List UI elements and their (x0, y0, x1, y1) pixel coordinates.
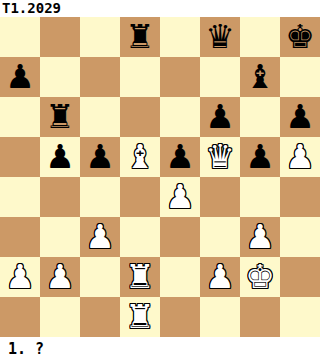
square-g1[interactable] (240, 297, 280, 337)
square-b7[interactable] (40, 57, 80, 97)
square-d5[interactable]: ♝ (120, 137, 160, 177)
puzzle-title: T1.2029 (2, 0, 61, 17)
black-pawn[interactable]: ♟ (280, 97, 320, 137)
square-g6[interactable] (240, 97, 280, 137)
square-a2[interactable]: ♟ (0, 257, 40, 297)
square-f6[interactable]: ♟ (200, 97, 240, 137)
square-d3[interactable] (120, 217, 160, 257)
black-pawn[interactable]: ♟ (200, 97, 240, 137)
square-f4[interactable] (200, 177, 240, 217)
square-h2[interactable] (280, 257, 320, 297)
square-d2[interactable]: ♜ (120, 257, 160, 297)
square-c2[interactable] (80, 257, 120, 297)
square-c6[interactable] (80, 97, 120, 137)
square-g3[interactable]: ♟ (240, 217, 280, 257)
square-a3[interactable] (0, 217, 40, 257)
square-f5[interactable]: ♛ (200, 137, 240, 177)
square-d8[interactable]: ♜ (120, 17, 160, 57)
square-a6[interactable] (0, 97, 40, 137)
white-rook[interactable]: ♜ (120, 297, 160, 337)
square-b8[interactable] (40, 17, 80, 57)
white-pawn[interactable]: ♟ (240, 217, 280, 257)
square-e2[interactable] (160, 257, 200, 297)
square-d1[interactable]: ♜ (120, 297, 160, 337)
square-a8[interactable] (0, 17, 40, 57)
square-g4[interactable] (240, 177, 280, 217)
square-e5[interactable]: ♟ (160, 137, 200, 177)
move-prompt: 1. ? (8, 339, 44, 359)
square-c4[interactable] (80, 177, 120, 217)
black-queen[interactable]: ♛ (200, 17, 240, 57)
square-c5[interactable]: ♟ (80, 137, 120, 177)
square-h6[interactable]: ♟ (280, 97, 320, 137)
square-f3[interactable] (200, 217, 240, 257)
square-e3[interactable] (160, 217, 200, 257)
square-c8[interactable] (80, 17, 120, 57)
square-f1[interactable] (200, 297, 240, 337)
square-b4[interactable] (40, 177, 80, 217)
square-h4[interactable] (280, 177, 320, 217)
square-a7[interactable]: ♟ (0, 57, 40, 97)
square-f2[interactable]: ♟ (200, 257, 240, 297)
black-rook[interactable]: ♜ (40, 97, 80, 137)
square-h7[interactable] (280, 57, 320, 97)
square-e1[interactable] (160, 297, 200, 337)
square-b6[interactable]: ♜ (40, 97, 80, 137)
square-g8[interactable] (240, 17, 280, 57)
white-pawn[interactable]: ♟ (200, 257, 240, 297)
square-f7[interactable] (200, 57, 240, 97)
square-e7[interactable] (160, 57, 200, 97)
square-h3[interactable] (280, 217, 320, 257)
square-e4[interactable]: ♟ (160, 177, 200, 217)
white-bishop[interactable]: ♝ (120, 137, 160, 177)
black-pawn[interactable]: ♟ (40, 137, 80, 177)
white-rook[interactable]: ♜ (120, 257, 160, 297)
black-rook[interactable]: ♜ (120, 17, 160, 57)
square-h5[interactable]: ♟ (280, 137, 320, 177)
square-g5[interactable]: ♟ (240, 137, 280, 177)
white-pawn[interactable]: ♟ (80, 217, 120, 257)
square-e6[interactable] (160, 97, 200, 137)
black-pawn[interactable]: ♟ (240, 137, 280, 177)
square-d7[interactable] (120, 57, 160, 97)
square-a1[interactable] (0, 297, 40, 337)
black-pawn[interactable]: ♟ (80, 137, 120, 177)
square-c3[interactable]: ♟ (80, 217, 120, 257)
square-b2[interactable]: ♟ (40, 257, 80, 297)
square-b3[interactable] (40, 217, 80, 257)
square-g7[interactable]: ♝ (240, 57, 280, 97)
white-queen[interactable]: ♛ (200, 137, 240, 177)
black-pawn[interactable]: ♟ (0, 57, 40, 97)
square-g2[interactable]: ♚ (240, 257, 280, 297)
black-bishop[interactable]: ♝ (240, 57, 280, 97)
square-f8[interactable]: ♛ (200, 17, 240, 57)
white-pawn[interactable]: ♟ (280, 137, 320, 177)
square-h8[interactable]: ♚ (280, 17, 320, 57)
white-king[interactable]: ♚ (240, 257, 280, 297)
chess-board: ♜♛♚♟♝♜♟♟♟♟♝♟♛♟♟♟♟♟♟♟♜♟♚♜ (0, 17, 320, 337)
square-b5[interactable]: ♟ (40, 137, 80, 177)
white-pawn[interactable]: ♟ (0, 257, 40, 297)
square-d4[interactable] (120, 177, 160, 217)
black-king[interactable]: ♚ (280, 17, 320, 57)
square-b1[interactable] (40, 297, 80, 337)
square-a5[interactable] (0, 137, 40, 177)
square-c7[interactable] (80, 57, 120, 97)
white-pawn[interactable]: ♟ (160, 177, 200, 217)
black-pawn[interactable]: ♟ (160, 137, 200, 177)
square-a4[interactable] (0, 177, 40, 217)
white-pawn[interactable]: ♟ (40, 257, 80, 297)
square-c1[interactable] (80, 297, 120, 337)
square-d6[interactable] (120, 97, 160, 137)
square-h1[interactable] (280, 297, 320, 337)
square-e8[interactable] (160, 17, 200, 57)
